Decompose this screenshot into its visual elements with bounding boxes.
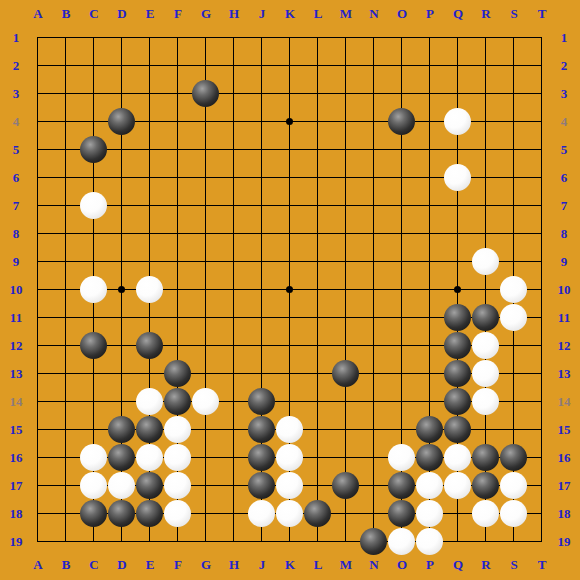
intersection-E18[interactable]	[136, 500, 164, 528]
intersection-H17[interactable]	[220, 472, 248, 500]
intersection-B13[interactable]	[52, 360, 80, 388]
intersection-S14[interactable]	[500, 388, 528, 416]
intersection-D7[interactable]	[108, 192, 136, 220]
intersection-N6[interactable]	[360, 164, 388, 192]
intersection-B9[interactable]	[52, 248, 80, 276]
intersection-T11[interactable]	[528, 304, 556, 332]
intersection-A2[interactable]	[24, 52, 52, 80]
intersection-L5[interactable]	[304, 136, 332, 164]
intersection-N11[interactable]	[360, 304, 388, 332]
intersection-P12[interactable]	[416, 332, 444, 360]
intersection-G6[interactable]	[192, 164, 220, 192]
intersection-S5[interactable]	[500, 136, 528, 164]
intersection-D16[interactable]	[108, 444, 136, 472]
intersection-F12[interactable]	[164, 332, 192, 360]
intersection-C15[interactable]	[80, 416, 108, 444]
intersection-J18[interactable]	[248, 500, 276, 528]
intersection-P4[interactable]	[416, 108, 444, 136]
intersection-R5[interactable]	[472, 136, 500, 164]
intersection-D19[interactable]	[108, 528, 136, 556]
intersection-N13[interactable]	[360, 360, 388, 388]
intersection-S13[interactable]	[500, 360, 528, 388]
intersection-N9[interactable]	[360, 248, 388, 276]
intersection-D4[interactable]	[108, 108, 136, 136]
intersection-Q18[interactable]	[444, 500, 472, 528]
intersection-C11[interactable]	[80, 304, 108, 332]
intersection-R8[interactable]	[472, 220, 500, 248]
intersection-R9[interactable]	[472, 248, 500, 276]
intersection-F11[interactable]	[164, 304, 192, 332]
intersection-G2[interactable]	[192, 52, 220, 80]
intersection-K5[interactable]	[276, 136, 304, 164]
intersection-D5[interactable]	[108, 136, 136, 164]
intersection-K7[interactable]	[276, 192, 304, 220]
intersection-H2[interactable]	[220, 52, 248, 80]
intersection-K9[interactable]	[276, 248, 304, 276]
intersection-J9[interactable]	[248, 248, 276, 276]
intersection-S9[interactable]	[500, 248, 528, 276]
intersection-C8[interactable]	[80, 220, 108, 248]
intersection-G7[interactable]	[192, 192, 220, 220]
intersection-F2[interactable]	[164, 52, 192, 80]
intersection-A19[interactable]	[24, 528, 52, 556]
intersection-F13[interactable]	[164, 360, 192, 388]
intersection-R11[interactable]	[472, 304, 500, 332]
intersection-T3[interactable]	[528, 80, 556, 108]
intersection-H10[interactable]	[220, 276, 248, 304]
intersection-H5[interactable]	[220, 136, 248, 164]
intersection-R12[interactable]	[472, 332, 500, 360]
intersection-Q14[interactable]	[444, 388, 472, 416]
intersection-K13[interactable]	[276, 360, 304, 388]
intersection-L17[interactable]	[304, 472, 332, 500]
intersection-S15[interactable]	[500, 416, 528, 444]
intersection-B15[interactable]	[52, 416, 80, 444]
intersection-S10[interactable]	[500, 276, 528, 304]
intersection-R13[interactable]	[472, 360, 500, 388]
intersection-S7[interactable]	[500, 192, 528, 220]
intersection-R4[interactable]	[472, 108, 500, 136]
intersection-Q5[interactable]	[444, 136, 472, 164]
intersection-B14[interactable]	[52, 388, 80, 416]
intersection-D15[interactable]	[108, 416, 136, 444]
intersection-B10[interactable]	[52, 276, 80, 304]
intersection-N4[interactable]	[360, 108, 388, 136]
intersection-A3[interactable]	[24, 80, 52, 108]
intersection-B18[interactable]	[52, 500, 80, 528]
intersection-O5[interactable]	[388, 136, 416, 164]
intersection-Q19[interactable]	[444, 528, 472, 556]
intersection-M17[interactable]	[332, 472, 360, 500]
intersection-O2[interactable]	[388, 52, 416, 80]
intersection-S6[interactable]	[500, 164, 528, 192]
intersection-P15[interactable]	[416, 416, 444, 444]
intersection-T14[interactable]	[528, 388, 556, 416]
intersection-N7[interactable]	[360, 192, 388, 220]
intersection-O17[interactable]	[388, 472, 416, 500]
intersection-P18[interactable]	[416, 500, 444, 528]
intersection-R16[interactable]	[472, 444, 500, 472]
intersection-E19[interactable]	[136, 528, 164, 556]
intersection-G4[interactable]	[192, 108, 220, 136]
intersection-C7[interactable]	[80, 192, 108, 220]
intersection-O8[interactable]	[388, 220, 416, 248]
intersection-J12[interactable]	[248, 332, 276, 360]
intersection-C3[interactable]	[80, 80, 108, 108]
intersection-A17[interactable]	[24, 472, 52, 500]
intersection-N16[interactable]	[360, 444, 388, 472]
intersection-L11[interactable]	[304, 304, 332, 332]
intersection-G8[interactable]	[192, 220, 220, 248]
intersection-E7[interactable]	[136, 192, 164, 220]
intersection-T10[interactable]	[528, 276, 556, 304]
intersection-E13[interactable]	[136, 360, 164, 388]
intersection-B5[interactable]	[52, 136, 80, 164]
intersection-N8[interactable]	[360, 220, 388, 248]
intersection-P3[interactable]	[416, 80, 444, 108]
intersection-L13[interactable]	[304, 360, 332, 388]
intersection-M10[interactable]	[332, 276, 360, 304]
intersection-R17[interactable]	[472, 472, 500, 500]
intersection-L3[interactable]	[304, 80, 332, 108]
intersection-R3[interactable]	[472, 80, 500, 108]
intersection-N3[interactable]	[360, 80, 388, 108]
intersection-R7[interactable]	[472, 192, 500, 220]
intersection-F4[interactable]	[164, 108, 192, 136]
intersection-K8[interactable]	[276, 220, 304, 248]
intersection-C16[interactable]	[80, 444, 108, 472]
intersection-G1[interactable]	[192, 24, 220, 52]
intersection-L10[interactable]	[304, 276, 332, 304]
intersection-D8[interactable]	[108, 220, 136, 248]
intersection-S3[interactable]	[500, 80, 528, 108]
intersection-J8[interactable]	[248, 220, 276, 248]
intersection-H12[interactable]	[220, 332, 248, 360]
intersection-A11[interactable]	[24, 304, 52, 332]
intersection-D14[interactable]	[108, 388, 136, 416]
intersection-M6[interactable]	[332, 164, 360, 192]
intersection-A1[interactable]	[24, 24, 52, 52]
intersection-P10[interactable]	[416, 276, 444, 304]
intersection-N17[interactable]	[360, 472, 388, 500]
intersection-E11[interactable]	[136, 304, 164, 332]
intersection-R1[interactable]	[472, 24, 500, 52]
intersection-E1[interactable]	[136, 24, 164, 52]
intersection-D12[interactable]	[108, 332, 136, 360]
intersection-L6[interactable]	[304, 164, 332, 192]
intersection-E17[interactable]	[136, 472, 164, 500]
intersection-N14[interactable]	[360, 388, 388, 416]
intersection-R14[interactable]	[472, 388, 500, 416]
intersection-J10[interactable]	[248, 276, 276, 304]
intersection-F14[interactable]	[164, 388, 192, 416]
intersection-T13[interactable]	[528, 360, 556, 388]
intersection-S11[interactable]	[500, 304, 528, 332]
intersection-B8[interactable]	[52, 220, 80, 248]
intersection-F7[interactable]	[164, 192, 192, 220]
intersection-J3[interactable]	[248, 80, 276, 108]
intersection-P8[interactable]	[416, 220, 444, 248]
intersection-F9[interactable]	[164, 248, 192, 276]
intersection-C5[interactable]	[80, 136, 108, 164]
intersection-Q10[interactable]	[444, 276, 472, 304]
intersection-J6[interactable]	[248, 164, 276, 192]
intersection-S19[interactable]	[500, 528, 528, 556]
intersection-T6[interactable]	[528, 164, 556, 192]
intersection-Q15[interactable]	[444, 416, 472, 444]
intersection-P6[interactable]	[416, 164, 444, 192]
intersection-H16[interactable]	[220, 444, 248, 472]
intersection-T1[interactable]	[528, 24, 556, 52]
intersection-R19[interactable]	[472, 528, 500, 556]
intersection-Q6[interactable]	[444, 164, 472, 192]
intersection-O10[interactable]	[388, 276, 416, 304]
intersection-N19[interactable]	[360, 528, 388, 556]
intersection-H8[interactable]	[220, 220, 248, 248]
intersection-D6[interactable]	[108, 164, 136, 192]
intersection-P19[interactable]	[416, 528, 444, 556]
intersection-A9[interactable]	[24, 248, 52, 276]
intersection-F6[interactable]	[164, 164, 192, 192]
intersection-L16[interactable]	[304, 444, 332, 472]
intersection-L2[interactable]	[304, 52, 332, 80]
intersection-B1[interactable]	[52, 24, 80, 52]
intersection-T18[interactable]	[528, 500, 556, 528]
intersection-B19[interactable]	[52, 528, 80, 556]
intersection-E3[interactable]	[136, 80, 164, 108]
intersection-Q4[interactable]	[444, 108, 472, 136]
intersection-P7[interactable]	[416, 192, 444, 220]
intersection-Q12[interactable]	[444, 332, 472, 360]
intersection-H9[interactable]	[220, 248, 248, 276]
intersection-Q13[interactable]	[444, 360, 472, 388]
intersection-N10[interactable]	[360, 276, 388, 304]
intersection-K17[interactable]	[276, 472, 304, 500]
intersection-T7[interactable]	[528, 192, 556, 220]
intersection-H19[interactable]	[220, 528, 248, 556]
intersection-S12[interactable]	[500, 332, 528, 360]
intersection-O7[interactable]	[388, 192, 416, 220]
intersection-R18[interactable]	[472, 500, 500, 528]
intersection-K15[interactable]	[276, 416, 304, 444]
intersection-T4[interactable]	[528, 108, 556, 136]
intersection-C4[interactable]	[80, 108, 108, 136]
intersection-H3[interactable]	[220, 80, 248, 108]
intersection-H1[interactable]	[220, 24, 248, 52]
intersection-D2[interactable]	[108, 52, 136, 80]
intersection-E8[interactable]	[136, 220, 164, 248]
intersection-E4[interactable]	[136, 108, 164, 136]
intersection-F5[interactable]	[164, 136, 192, 164]
intersection-L8[interactable]	[304, 220, 332, 248]
intersection-L18[interactable]	[304, 500, 332, 528]
intersection-A13[interactable]	[24, 360, 52, 388]
intersection-E15[interactable]	[136, 416, 164, 444]
intersection-M11[interactable]	[332, 304, 360, 332]
intersection-N18[interactable]	[360, 500, 388, 528]
intersection-M5[interactable]	[332, 136, 360, 164]
intersection-E2[interactable]	[136, 52, 164, 80]
intersection-K19[interactable]	[276, 528, 304, 556]
intersection-C6[interactable]	[80, 164, 108, 192]
intersection-C17[interactable]	[80, 472, 108, 500]
intersection-T15[interactable]	[528, 416, 556, 444]
intersection-M19[interactable]	[332, 528, 360, 556]
intersection-K1[interactable]	[276, 24, 304, 52]
intersection-C2[interactable]	[80, 52, 108, 80]
intersection-T17[interactable]	[528, 472, 556, 500]
intersection-K10[interactable]	[276, 276, 304, 304]
intersection-N5[interactable]	[360, 136, 388, 164]
intersection-T2[interactable]	[528, 52, 556, 80]
intersection-A7[interactable]	[24, 192, 52, 220]
intersection-S18[interactable]	[500, 500, 528, 528]
intersection-G18[interactable]	[192, 500, 220, 528]
intersection-J17[interactable]	[248, 472, 276, 500]
intersection-O15[interactable]	[388, 416, 416, 444]
intersection-N2[interactable]	[360, 52, 388, 80]
intersection-M8[interactable]	[332, 220, 360, 248]
intersection-L7[interactable]	[304, 192, 332, 220]
intersection-E16[interactable]	[136, 444, 164, 472]
intersection-H11[interactable]	[220, 304, 248, 332]
intersection-S16[interactable]	[500, 444, 528, 472]
intersection-P1[interactable]	[416, 24, 444, 52]
intersection-F15[interactable]	[164, 416, 192, 444]
intersection-O16[interactable]	[388, 444, 416, 472]
intersection-J1[interactable]	[248, 24, 276, 52]
intersection-D18[interactable]	[108, 500, 136, 528]
intersection-C14[interactable]	[80, 388, 108, 416]
intersection-S17[interactable]	[500, 472, 528, 500]
intersection-O19[interactable]	[388, 528, 416, 556]
intersection-K18[interactable]	[276, 500, 304, 528]
intersection-K11[interactable]	[276, 304, 304, 332]
intersection-J15[interactable]	[248, 416, 276, 444]
intersection-Q11[interactable]	[444, 304, 472, 332]
intersection-O13[interactable]	[388, 360, 416, 388]
intersection-E9[interactable]	[136, 248, 164, 276]
intersection-O4[interactable]	[388, 108, 416, 136]
intersection-A16[interactable]	[24, 444, 52, 472]
intersection-M1[interactable]	[332, 24, 360, 52]
intersection-L19[interactable]	[304, 528, 332, 556]
intersection-Q17[interactable]	[444, 472, 472, 500]
intersection-F10[interactable]	[164, 276, 192, 304]
intersection-F8[interactable]	[164, 220, 192, 248]
intersection-T12[interactable]	[528, 332, 556, 360]
intersection-A4[interactable]	[24, 108, 52, 136]
intersection-H4[interactable]	[220, 108, 248, 136]
intersection-O14[interactable]	[388, 388, 416, 416]
intersection-F3[interactable]	[164, 80, 192, 108]
intersection-D3[interactable]	[108, 80, 136, 108]
intersection-O11[interactable]	[388, 304, 416, 332]
intersection-L12[interactable]	[304, 332, 332, 360]
intersection-A15[interactable]	[24, 416, 52, 444]
intersection-P16[interactable]	[416, 444, 444, 472]
intersection-C12[interactable]	[80, 332, 108, 360]
intersection-G19[interactable]	[192, 528, 220, 556]
intersection-L15[interactable]	[304, 416, 332, 444]
intersection-K6[interactable]	[276, 164, 304, 192]
intersection-J11[interactable]	[248, 304, 276, 332]
intersection-E5[interactable]	[136, 136, 164, 164]
intersection-T16[interactable]	[528, 444, 556, 472]
intersection-D13[interactable]	[108, 360, 136, 388]
intersection-G17[interactable]	[192, 472, 220, 500]
intersection-P9[interactable]	[416, 248, 444, 276]
intersection-H14[interactable]	[220, 388, 248, 416]
intersection-Q16[interactable]	[444, 444, 472, 472]
intersection-O9[interactable]	[388, 248, 416, 276]
intersection-T9[interactable]	[528, 248, 556, 276]
intersection-J7[interactable]	[248, 192, 276, 220]
intersection-B7[interactable]	[52, 192, 80, 220]
intersection-S1[interactable]	[500, 24, 528, 52]
intersection-G14[interactable]	[192, 388, 220, 416]
intersection-G9[interactable]	[192, 248, 220, 276]
intersection-F1[interactable]	[164, 24, 192, 52]
intersection-E12[interactable]	[136, 332, 164, 360]
intersection-B12[interactable]	[52, 332, 80, 360]
intersection-R6[interactable]	[472, 164, 500, 192]
intersection-G16[interactable]	[192, 444, 220, 472]
intersection-C18[interactable]	[80, 500, 108, 528]
intersection-G13[interactable]	[192, 360, 220, 388]
intersection-H13[interactable]	[220, 360, 248, 388]
intersection-Q3[interactable]	[444, 80, 472, 108]
intersection-S2[interactable]	[500, 52, 528, 80]
intersection-R10[interactable]	[472, 276, 500, 304]
intersection-K4[interactable]	[276, 108, 304, 136]
intersection-E10[interactable]	[136, 276, 164, 304]
intersection-P2[interactable]	[416, 52, 444, 80]
intersection-R2[interactable]	[472, 52, 500, 80]
intersection-D11[interactable]	[108, 304, 136, 332]
intersection-Q2[interactable]	[444, 52, 472, 80]
intersection-N1[interactable]	[360, 24, 388, 52]
intersection-M7[interactable]	[332, 192, 360, 220]
intersection-O3[interactable]	[388, 80, 416, 108]
intersection-N15[interactable]	[360, 416, 388, 444]
intersection-A18[interactable]	[24, 500, 52, 528]
intersection-T5[interactable]	[528, 136, 556, 164]
intersection-A8[interactable]	[24, 220, 52, 248]
intersection-K12[interactable]	[276, 332, 304, 360]
intersection-L1[interactable]	[304, 24, 332, 52]
intersection-S4[interactable]	[500, 108, 528, 136]
intersection-O12[interactable]	[388, 332, 416, 360]
intersection-J2[interactable]	[248, 52, 276, 80]
intersection-G5[interactable]	[192, 136, 220, 164]
intersection-A12[interactable]	[24, 332, 52, 360]
intersection-M12[interactable]	[332, 332, 360, 360]
intersection-Q8[interactable]	[444, 220, 472, 248]
intersection-O18[interactable]	[388, 500, 416, 528]
intersection-L4[interactable]	[304, 108, 332, 136]
intersection-O1[interactable]	[388, 24, 416, 52]
intersection-C9[interactable]	[80, 248, 108, 276]
intersection-P17[interactable]	[416, 472, 444, 500]
intersection-D9[interactable]	[108, 248, 136, 276]
intersection-C19[interactable]	[80, 528, 108, 556]
intersection-B11[interactable]	[52, 304, 80, 332]
intersection-B2[interactable]	[52, 52, 80, 80]
intersection-M2[interactable]	[332, 52, 360, 80]
intersection-H7[interactable]	[220, 192, 248, 220]
intersection-Q9[interactable]	[444, 248, 472, 276]
